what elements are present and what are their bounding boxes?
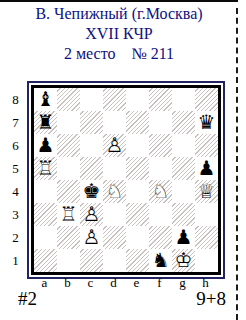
rank-label-5: 5 <box>8 157 23 180</box>
square-g2: ♟ <box>172 226 195 249</box>
white-knight-outline: ♘ <box>149 180 172 203</box>
square-h7: ♛ <box>195 111 218 134</box>
square-h3 <box>195 203 218 226</box>
square-a1 <box>34 249 57 272</box>
black-rook: ♜ <box>34 111 57 134</box>
square-a6: ♟ <box>34 134 57 157</box>
white-rook: ♜♖ <box>57 203 80 226</box>
square-d3 <box>103 203 126 226</box>
black-pawn: ♟ <box>195 157 218 180</box>
rank-label-3: 3 <box>8 203 23 226</box>
square-f3 <box>149 203 172 226</box>
white-knight-outline: ♘ <box>103 180 126 203</box>
black-queen: ♛ <box>195 111 218 134</box>
black-pawn: ♟ <box>34 134 57 157</box>
square-f8 <box>149 88 172 111</box>
square-c2: ♟♙ <box>80 226 103 249</box>
black-king: ♚ <box>80 180 103 203</box>
square-g4 <box>172 180 195 203</box>
square-b5 <box>57 157 80 180</box>
square-c4: ♚ <box>80 180 103 203</box>
square-d7 <box>103 111 126 134</box>
rank-label-4: 4 <box>8 180 23 203</box>
square-b7 <box>57 111 80 134</box>
square-h2 <box>195 226 218 249</box>
author-line: В. Чепижный (г.Москва) <box>0 4 238 24</box>
rank-label-6: 6 <box>8 134 23 157</box>
square-e2 <box>126 226 149 249</box>
chess-board: ♝♜♛♟♟♙♜♖♟♚♞♘♞♘♛♕♜♖♟♙♟♙♟♞♚♔ <box>31 85 221 275</box>
board-frame: ♝♜♛♟♟♙♜♖♟♚♞♘♞♘♛♕♜♖♟♙♟♙♟♞♚♔ <box>31 85 221 275</box>
square-c6 <box>80 134 103 157</box>
square-f5 <box>149 157 172 180</box>
square-g7 <box>172 111 195 134</box>
board-zone: 87654321 ♝♜♛♟♟♙♜♖♟♚♞♘♞♘♛♕♜♖♟♙♟♙♟♞♚♔ <box>8 81 225 279</box>
white-queen: ♛♕ <box>195 180 218 203</box>
square-g1: ♚♔ <box>172 249 195 272</box>
square-d1 <box>103 249 126 272</box>
square-f6 <box>149 134 172 157</box>
top-rule <box>0 0 238 2</box>
rank-label-8: 8 <box>8 88 23 111</box>
rank-label-7: 7 <box>8 111 23 134</box>
square-b2 <box>57 226 80 249</box>
square-c1 <box>80 249 103 272</box>
white-pawn: ♟♙ <box>103 134 126 157</box>
square-h1 <box>195 249 218 272</box>
square-h8 <box>195 88 218 111</box>
square-d2 <box>103 226 126 249</box>
black-bishop: ♝ <box>34 88 57 111</box>
tournament-line: XVII КЧР <box>0 24 238 44</box>
square-c3: ♟♙ <box>80 203 103 226</box>
stipulation: #2 <box>18 288 37 310</box>
square-d6: ♟♙ <box>103 134 126 157</box>
square-h6 <box>195 134 218 157</box>
square-e6 <box>126 134 149 157</box>
black-knight: ♞ <box>149 249 172 272</box>
square-a5: ♜♖ <box>34 157 57 180</box>
white-pawn-outline: ♙ <box>103 134 126 157</box>
rank-labels: 87654321 <box>8 88 23 272</box>
square-b4 <box>57 180 80 203</box>
white-pawn: ♟♙ <box>80 226 103 249</box>
square-b8 <box>57 88 80 111</box>
square-h4: ♛♕ <box>195 180 218 203</box>
white-rook-outline: ♖ <box>57 203 80 226</box>
square-b3: ♜♖ <box>57 203 80 226</box>
square-g6 <box>172 134 195 157</box>
square-d4: ♞♘ <box>103 180 126 203</box>
rank-label-2: 2 <box>8 226 23 249</box>
square-f4: ♞♘ <box>149 180 172 203</box>
square-e8 <box>126 88 149 111</box>
square-c5 <box>80 157 103 180</box>
white-rook-outline: ♖ <box>34 157 57 180</box>
award-number-line: 2 место № 211 <box>0 44 238 64</box>
rank-label-1: 1 <box>8 249 23 272</box>
material-count: 9+8 <box>196 288 226 310</box>
square-e3 <box>126 203 149 226</box>
white-rook: ♜♖ <box>34 157 57 180</box>
white-king: ♚♔ <box>172 249 195 272</box>
square-f7 <box>149 111 172 134</box>
square-c8 <box>80 88 103 111</box>
square-e1 <box>126 249 149 272</box>
square-c7 <box>80 111 103 134</box>
square-b1 <box>57 249 80 272</box>
white-king-outline: ♔ <box>172 249 195 272</box>
square-a8: ♝ <box>34 88 57 111</box>
caption-row: #2 9+8 <box>18 288 226 310</box>
square-e7 <box>126 111 149 134</box>
square-g8 <box>172 88 195 111</box>
square-e5 <box>126 157 149 180</box>
white-pawn-outline: ♙ <box>80 226 103 249</box>
square-e4 <box>126 180 149 203</box>
square-d5 <box>103 157 126 180</box>
square-g5 <box>172 157 195 180</box>
square-a4 <box>34 180 57 203</box>
white-pawn-outline: ♙ <box>80 203 103 226</box>
square-a7: ♜ <box>34 111 57 134</box>
white-queen-outline: ♕ <box>195 180 218 203</box>
square-f1: ♞ <box>149 249 172 272</box>
square-f2 <box>149 226 172 249</box>
square-b6 <box>57 134 80 157</box>
square-g3 <box>172 203 195 226</box>
chess-problem-card: В. Чепижный (г.Москва) XVII КЧР 2 место … <box>0 0 246 320</box>
white-knight: ♞♘ <box>149 180 172 203</box>
square-d8 <box>103 88 126 111</box>
white-knight: ♞♘ <box>103 180 126 203</box>
square-a2 <box>34 226 57 249</box>
black-pawn: ♟ <box>172 226 195 249</box>
square-h5: ♟ <box>195 157 218 180</box>
problem-header: В. Чепижный (г.Москва) XVII КЧР 2 место … <box>0 4 238 64</box>
square-a3 <box>34 203 57 226</box>
white-pawn: ♟♙ <box>80 203 103 226</box>
